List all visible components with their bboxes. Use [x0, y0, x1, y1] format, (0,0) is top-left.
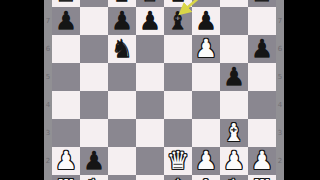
- piece-black-pawn[interactable]: ♟: [220, 63, 248, 91]
- square-a5[interactable]: [52, 63, 80, 91]
- piece-black-pawn[interactable]: ♟: [80, 147, 108, 175]
- square-b4[interactable]: [80, 91, 108, 119]
- piece-white-pawn[interactable]: ♟: [220, 147, 248, 175]
- square-h7[interactable]: [248, 7, 276, 35]
- square-d3[interactable]: [136, 119, 164, 147]
- square-b2[interactable]: ♟: [80, 147, 108, 175]
- square-a6[interactable]: [52, 35, 80, 63]
- piece-white-pawn[interactable]: ♟: [248, 147, 276, 175]
- square-e6[interactable]: [164, 35, 192, 63]
- rank-label-left-8: 8: [44, 0, 52, 7]
- board: ♜♝♛♚♜♟♟♟♝♟♞♟♟♟♝♟♟♛♟♟♟♜♞♚♝♞♜: [52, 0, 276, 180]
- piece-black-pawn[interactable]: ♟: [52, 7, 80, 35]
- square-e7[interactable]: ♝: [164, 7, 192, 35]
- square-e2[interactable]: ♛: [164, 147, 192, 175]
- square-b6[interactable]: [80, 35, 108, 63]
- square-a2[interactable]: ♟: [52, 147, 80, 175]
- piece-white-pawn[interactable]: ♟: [192, 147, 220, 175]
- rank-label-left-1: 1: [44, 175, 52, 180]
- piece-white-knight[interactable]: ♞: [220, 175, 248, 180]
- square-e1[interactable]: ♚: [164, 175, 192, 180]
- piece-white-bishop[interactable]: ♝: [220, 119, 248, 147]
- piece-black-rook[interactable]: ♜: [248, 0, 276, 7]
- rank-label-left-3: 3: [44, 119, 52, 147]
- square-d2[interactable]: [136, 147, 164, 175]
- square-e3[interactable]: [164, 119, 192, 147]
- square-g4[interactable]: [220, 91, 248, 119]
- square-b8[interactable]: [80, 0, 108, 7]
- square-f7[interactable]: ♟: [192, 7, 220, 35]
- square-a1[interactable]: ♜: [52, 175, 80, 180]
- square-h4[interactable]: [248, 91, 276, 119]
- square-d6[interactable]: [136, 35, 164, 63]
- square-c3[interactable]: [108, 119, 136, 147]
- square-h8[interactable]: ♜: [248, 0, 276, 7]
- piece-black-knight[interactable]: ♞: [108, 35, 136, 63]
- square-c7[interactable]: ♟: [108, 7, 136, 35]
- square-g6[interactable]: [220, 35, 248, 63]
- rank-label-right-1: 1: [276, 175, 284, 180]
- rank-label-right-8: 8: [276, 0, 284, 7]
- square-d1[interactable]: [136, 175, 164, 180]
- square-c1[interactable]: [108, 175, 136, 180]
- piece-white-queen[interactable]: ♛: [164, 147, 192, 175]
- square-g8[interactable]: [220, 0, 248, 7]
- square-d7[interactable]: ♟: [136, 7, 164, 35]
- square-b7[interactable]: [80, 7, 108, 35]
- square-c6[interactable]: ♞: [108, 35, 136, 63]
- square-h2[interactable]: ♟: [248, 147, 276, 175]
- square-a4[interactable]: [52, 91, 80, 119]
- rank-label-right-5: 5: [276, 63, 284, 91]
- square-b5[interactable]: [80, 63, 108, 91]
- square-f3[interactable]: [192, 119, 220, 147]
- square-g3[interactable]: ♝: [220, 119, 248, 147]
- rank-label-left-2: 2: [44, 147, 52, 175]
- square-d5[interactable]: [136, 63, 164, 91]
- piece-black-pawn[interactable]: ♟: [248, 35, 276, 63]
- piece-black-pawn[interactable]: ♟: [192, 7, 220, 35]
- square-a7[interactable]: ♟: [52, 7, 80, 35]
- rank-label-left-5: 5: [44, 63, 52, 91]
- piece-white-pawn[interactable]: ♟: [192, 35, 220, 63]
- piece-white-rook[interactable]: ♜: [52, 175, 80, 180]
- square-d4[interactable]: [136, 91, 164, 119]
- piece-black-bishop[interactable]: ♝: [164, 7, 192, 35]
- square-e4[interactable]: [164, 91, 192, 119]
- board-frame: ♜♝♛♚♜♟♟♟♝♟♞♟♟♟♝♟♟♛♟♟♟♜♞♚♝♞♜ 887766554433…: [44, 0, 284, 180]
- square-g1[interactable]: ♞: [220, 175, 248, 180]
- square-a3[interactable]: [52, 119, 80, 147]
- rank-label-right-6: 6: [276, 35, 284, 63]
- square-c2[interactable]: [108, 147, 136, 175]
- square-f2[interactable]: ♟: [192, 147, 220, 175]
- square-h6[interactable]: ♟: [248, 35, 276, 63]
- square-g7[interactable]: [220, 7, 248, 35]
- square-g2[interactable]: ♟: [220, 147, 248, 175]
- rank-label-right-7: 7: [276, 7, 284, 35]
- rank-label-right-4: 4: [276, 91, 284, 119]
- square-f1[interactable]: ♝: [192, 175, 220, 180]
- square-g5[interactable]: ♟: [220, 63, 248, 91]
- piece-black-pawn[interactable]: ♟: [136, 7, 164, 35]
- rank-label-left-6: 6: [44, 35, 52, 63]
- square-h3[interactable]: [248, 119, 276, 147]
- square-b3[interactable]: [80, 119, 108, 147]
- screenshot-stage: ♜♝♛♚♜♟♟♟♝♟♞♟♟♟♝♟♟♛♟♟♟♜♞♚♝♞♜ 887766554433…: [0, 0, 320, 180]
- square-h5[interactable]: [248, 63, 276, 91]
- square-c4[interactable]: [108, 91, 136, 119]
- rank-label-left-7: 7: [44, 7, 52, 35]
- piece-black-pawn[interactable]: ♟: [108, 7, 136, 35]
- square-c5[interactable]: [108, 63, 136, 91]
- square-f5[interactable]: [192, 63, 220, 91]
- piece-white-knight[interactable]: ♞: [80, 175, 108, 180]
- piece-white-pawn[interactable]: ♟: [52, 147, 80, 175]
- rank-label-right-3: 3: [276, 119, 284, 147]
- square-f6[interactable]: ♟: [192, 35, 220, 63]
- square-h1[interactable]: ♜: [248, 175, 276, 180]
- piece-white-rook[interactable]: ♜: [248, 175, 276, 180]
- square-e5[interactable]: [164, 63, 192, 91]
- rank-label-left-4: 4: [44, 91, 52, 119]
- square-f4[interactable]: [192, 91, 220, 119]
- piece-white-king[interactable]: ♚: [164, 175, 192, 180]
- piece-white-bishop[interactable]: ♝: [192, 175, 220, 180]
- rank-label-right-2: 2: [276, 147, 284, 175]
- square-b1[interactable]: ♞: [80, 175, 108, 180]
